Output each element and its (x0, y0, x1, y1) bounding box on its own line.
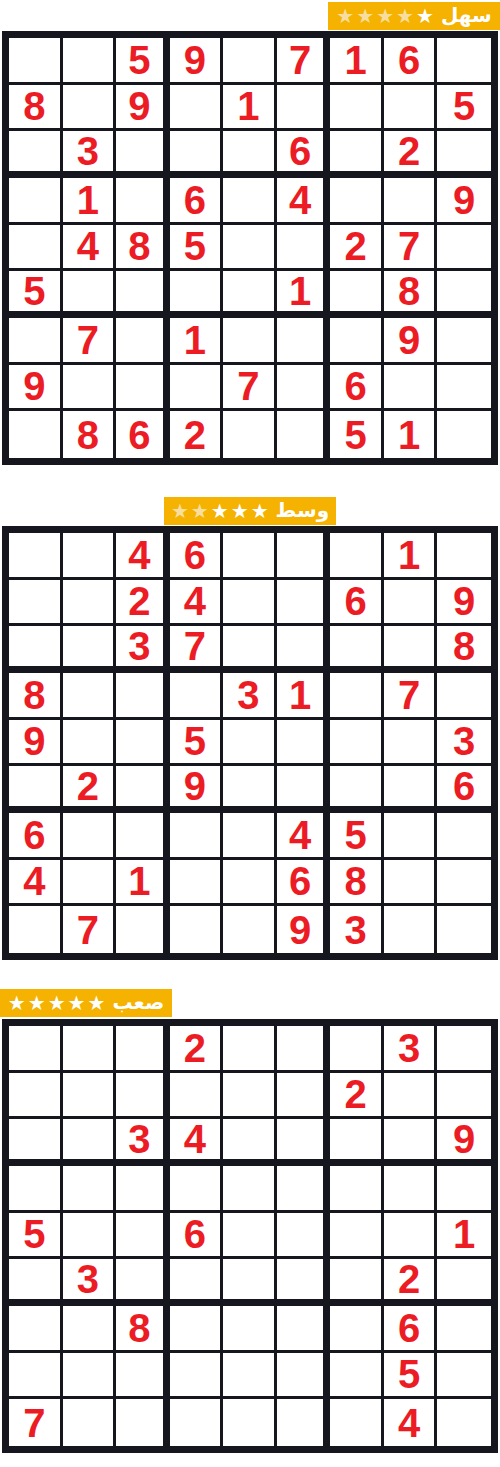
cell-r4c5[interactable]: 3 (223, 673, 277, 720)
cell-r5c9[interactable]: 1 (437, 1213, 491, 1260)
difficulty-stars: ★★★★★ (8, 993, 106, 1013)
cell-r8c2[interactable] (63, 365, 117, 412)
cell-r4c1[interactable] (9, 178, 63, 225)
sudoku-sheet: ★★★★★ سهل 597168915362164948527518719976… (0, 0, 500, 1467)
cell-r4c4[interactable] (170, 1166, 224, 1213)
cell-r6c7[interactable] (330, 766, 384, 813)
cell-r4c3[interactable] (116, 1166, 170, 1213)
cell-r5c3[interactable]: 8 (116, 225, 170, 272)
cell-r4c8[interactable] (384, 1166, 438, 1213)
cell-r5c8[interactable] (384, 720, 438, 767)
cell-r6c5[interactable] (223, 1259, 277, 1306)
cell-r6c6[interactable] (277, 1259, 331, 1306)
cell-r3c5[interactable] (223, 131, 277, 178)
cell-r8c5[interactable] (223, 1353, 277, 1400)
cell-r4c1[interactable]: 8 (9, 673, 63, 720)
cell-r3c9[interactable]: 9 (437, 1119, 491, 1166)
cell-r4c7[interactable] (330, 673, 384, 720)
star-filled-icon: ★ (28, 993, 46, 1013)
cell-r1c5[interactable] (223, 38, 277, 85)
star-filled-icon: ★ (48, 993, 66, 1013)
cell-r3c2[interactable] (63, 626, 117, 673)
cell-r9c3[interactable]: 6 (116, 411, 170, 458)
cell-r7c4[interactable] (170, 1306, 224, 1353)
cell-r1c7[interactable] (330, 533, 384, 580)
cell-r9c1[interactable] (9, 906, 63, 953)
cell-r6c3[interactable] (116, 766, 170, 813)
cell-r5c2[interactable] (63, 1213, 117, 1260)
cell-r1c5[interactable] (223, 533, 277, 580)
cell-r8c7[interactable] (330, 1353, 384, 1400)
star-empty-icon: ★ (396, 6, 414, 26)
cell-r5c8[interactable]: 7 (384, 225, 438, 272)
cell-r9c8[interactable]: 4 (384, 1399, 438, 1446)
cell-r8c5[interactable] (223, 860, 277, 907)
difficulty-stars: ★★★★★ (336, 6, 434, 26)
cell-r5c2[interactable]: 4 (63, 225, 117, 272)
sudoku-grid-easy: 59716891536216494852751871997686251 (2, 31, 498, 465)
puzzle-medium: ★★★★★ وسط 461246937883179532966454168793 (0, 497, 500, 960)
cell-r2c6[interactable] (277, 85, 331, 132)
cell-r3c7[interactable] (330, 1119, 384, 1166)
cell-r8c8[interactable]: 5 (384, 1353, 438, 1400)
cell-r1c6[interactable]: 7 (277, 38, 331, 85)
star-filled-icon: ★ (416, 6, 434, 26)
cell-r2c6[interactable] (277, 1073, 331, 1120)
cell-r7c6[interactable] (277, 318, 331, 365)
cell-r7c6[interactable] (277, 1306, 331, 1353)
cell-r9c9[interactable] (437, 411, 491, 458)
cell-r4c8[interactable]: 7 (384, 673, 438, 720)
cell-r9c2[interactable] (63, 1399, 117, 1446)
cell-r9c5[interactable] (223, 411, 277, 458)
cell-r6c7[interactable] (330, 1259, 384, 1306)
cell-r8c6[interactable] (277, 1353, 331, 1400)
cell-r7c2[interactable] (63, 813, 117, 860)
cell-r3c6[interactable] (277, 1119, 331, 1166)
cell-r5c6[interactable] (277, 720, 331, 767)
cell-r7c5[interactable] (223, 813, 277, 860)
cell-r4c9[interactable]: 9 (437, 178, 491, 225)
cell-r6c5[interactable] (223, 766, 277, 813)
cell-r1c6[interactable] (277, 533, 331, 580)
star-filled-icon: ★ (8, 993, 26, 1013)
cell-r2c5[interactable] (223, 1073, 277, 1120)
cell-r8c4[interactable] (170, 1353, 224, 1400)
cell-r6c8[interactable]: 8 (384, 271, 438, 318)
cell-r6c4[interactable] (170, 1259, 224, 1306)
cell-r9c9[interactable] (437, 1399, 491, 1446)
cell-r6c1[interactable] (9, 1259, 63, 1306)
cell-r1c9[interactable] (437, 1026, 491, 1073)
cell-r7c8[interactable]: 6 (384, 1306, 438, 1353)
cell-r5c1[interactable]: 9 (9, 720, 63, 767)
cell-r7c4[interactable] (170, 813, 224, 860)
cell-r3c4[interactable]: 7 (170, 626, 224, 673)
cell-r7c9[interactable] (437, 318, 491, 365)
cell-r2c6[interactable] (277, 580, 331, 627)
cell-r7c1[interactable] (9, 318, 63, 365)
cell-r2c7[interactable]: 2 (330, 1073, 384, 1120)
star-filled-icon: ★ (231, 501, 249, 521)
cell-r2c7[interactable] (330, 85, 384, 132)
cell-r9c6[interactable] (277, 411, 331, 458)
cell-r6c8[interactable] (384, 766, 438, 813)
cell-r7c8[interactable] (384, 813, 438, 860)
cell-r9c7[interactable]: 5 (330, 411, 384, 458)
cell-r3c1[interactable] (9, 131, 63, 178)
cell-r7c8[interactable]: 9 (384, 318, 438, 365)
cell-r3c4[interactable] (170, 131, 224, 178)
cell-r2c3[interactable]: 9 (116, 85, 170, 132)
cell-r1c3[interactable]: 4 (116, 533, 170, 580)
difficulty-label: صعب (112, 992, 164, 1015)
cell-r4c7[interactable] (330, 178, 384, 225)
cell-r1c3[interactable] (116, 1026, 170, 1073)
cell-r4c1[interactable] (9, 1166, 63, 1213)
cell-r7c3[interactable] (116, 813, 170, 860)
cell-r9c3[interactable] (116, 1399, 170, 1446)
cell-r7c9[interactable] (437, 813, 491, 860)
cell-r3c3[interactable]: 3 (116, 626, 170, 673)
cell-r5c5[interactable] (223, 720, 277, 767)
cell-r2c1[interactable]: 8 (9, 85, 63, 132)
cell-r3c5[interactable] (223, 626, 277, 673)
cell-r1c2[interactable] (63, 38, 117, 85)
cell-r7c5[interactable] (223, 1306, 277, 1353)
cell-r5c3[interactable] (116, 1213, 170, 1260)
cell-r2c2[interactable] (63, 85, 117, 132)
cell-r7c4[interactable]: 1 (170, 318, 224, 365)
cell-r4c6[interactable] (277, 1166, 331, 1213)
cell-r4c5[interactable] (223, 1166, 277, 1213)
cell-r2c1[interactable] (9, 580, 63, 627)
cell-r4c6[interactable]: 4 (277, 178, 331, 225)
cell-r8c8[interactable] (384, 365, 438, 412)
cell-r1c8[interactable]: 6 (384, 38, 438, 85)
cell-r1c6[interactable] (277, 1026, 331, 1073)
cell-r5c4[interactable]: 5 (170, 225, 224, 272)
cell-r1c2[interactable] (63, 533, 117, 580)
cell-r4c6[interactable]: 1 (277, 673, 331, 720)
sudoku-grid-hard: 2323495613286574 (2, 1019, 498, 1453)
cell-r4c3[interactable] (116, 673, 170, 720)
cell-r8c6[interactable]: 6 (277, 860, 331, 907)
cell-r7c6[interactable]: 4 (277, 813, 331, 860)
cell-r8c5[interactable]: 7 (223, 365, 277, 412)
cell-r1c3[interactable]: 5 (116, 38, 170, 85)
star-filled-icon: ★ (251, 501, 269, 521)
cell-r1c4[interactable]: 2 (170, 1026, 224, 1073)
cell-r8c4[interactable] (170, 365, 224, 412)
cell-r4c2[interactable] (63, 673, 117, 720)
cell-r1c4[interactable]: 9 (170, 38, 224, 85)
cell-r5c7[interactable]: 2 (330, 225, 384, 272)
cell-r9c6[interactable] (277, 1399, 331, 1446)
cell-r7c7[interactable] (330, 318, 384, 365)
cell-r9c2[interactable]: 7 (63, 906, 117, 953)
difficulty-stars: ★★★★★ (171, 501, 269, 521)
cell-r7c5[interactable] (223, 318, 277, 365)
cell-r8c9[interactable] (437, 860, 491, 907)
cell-r2c8[interactable] (384, 85, 438, 132)
difficulty-banner-medium: ★★★★★ وسط (164, 497, 336, 525)
cell-r8c6[interactable] (277, 365, 331, 412)
cell-r5c1[interactable]: 5 (9, 1213, 63, 1260)
difficulty-label: وسط (276, 500, 330, 523)
cell-r2c1[interactable] (9, 1073, 63, 1120)
star-empty-icon: ★ (171, 501, 189, 521)
cell-r3c2[interactable]: 3 (63, 131, 117, 178)
cell-r8c1[interactable]: 4 (9, 860, 63, 907)
cell-r4c2[interactable]: 1 (63, 178, 117, 225)
star-filled-icon: ★ (88, 993, 106, 1013)
cell-r3c3[interactable] (116, 131, 170, 178)
star-filled-icon: ★ (68, 993, 86, 1013)
cell-r2c3[interactable]: 2 (116, 580, 170, 627)
cell-r1c7[interactable] (330, 1026, 384, 1073)
cell-r3c4[interactable]: 4 (170, 1119, 224, 1166)
cell-r3c7[interactable] (330, 131, 384, 178)
cell-r3c6[interactable] (277, 626, 331, 673)
cell-r5c4[interactable]: 5 (170, 720, 224, 767)
cell-r6c4[interactable] (170, 271, 224, 318)
cell-r9c8[interactable] (384, 906, 438, 953)
cell-r2c4[interactable]: 4 (170, 580, 224, 627)
cell-r5c1[interactable] (9, 225, 63, 272)
cell-r6c3[interactable] (116, 271, 170, 318)
cell-r3c8[interactable] (384, 1119, 438, 1166)
cell-r9c7[interactable]: 3 (330, 906, 384, 953)
star-empty-icon: ★ (336, 6, 354, 26)
cell-r9c5[interactable] (223, 906, 277, 953)
cell-r7c1[interactable] (9, 1306, 63, 1353)
cell-r9c1[interactable]: 7 (9, 1399, 63, 1446)
cell-r7c9[interactable] (437, 1306, 491, 1353)
cell-r7c7[interactable] (330, 1306, 384, 1353)
difficulty-banner-hard: ★★★★★ صعب (0, 989, 172, 1017)
cell-r9c3[interactable] (116, 906, 170, 953)
cell-r5c5[interactable] (223, 225, 277, 272)
cell-r4c3[interactable] (116, 178, 170, 225)
cell-r5c7[interactable] (330, 1213, 384, 1260)
cell-r8c4[interactable] (170, 860, 224, 907)
cell-r6c1[interactable] (9, 766, 63, 813)
cell-r2c4[interactable] (170, 85, 224, 132)
cell-r3c8[interactable]: 2 (384, 131, 438, 178)
cell-r6c6[interactable] (277, 766, 331, 813)
cell-r5c9[interactable] (437, 225, 491, 272)
cell-r2c2[interactable] (63, 580, 117, 627)
cell-r1c8[interactable]: 3 (384, 1026, 438, 1073)
cell-r3c9[interactable] (437, 131, 491, 178)
cell-r7c2[interactable]: 7 (63, 318, 117, 365)
cell-r3c9[interactable]: 8 (437, 626, 491, 673)
puzzle-hard: ★★★★★ صعب 2323495613286574 (0, 989, 500, 1453)
cell-r3c2[interactable] (63, 1119, 117, 1166)
cell-r2c3[interactable] (116, 1073, 170, 1120)
cell-r6c7[interactable] (330, 271, 384, 318)
cell-r7c1[interactable]: 6 (9, 813, 63, 860)
cell-r4c5[interactable] (223, 178, 277, 225)
cell-r1c5[interactable] (223, 1026, 277, 1073)
cell-r9c9[interactable] (437, 906, 491, 953)
cell-r3c7[interactable] (330, 626, 384, 673)
cell-r5c5[interactable] (223, 1213, 277, 1260)
cell-r8c3[interactable] (116, 365, 170, 412)
cell-r8c9[interactable] (437, 1353, 491, 1400)
cell-r1c1[interactable] (9, 38, 63, 85)
cell-r4c8[interactable] (384, 178, 438, 225)
cell-r6c9[interactable] (437, 1259, 491, 1306)
cell-r3c1[interactable] (9, 1119, 63, 1166)
star-empty-icon: ★ (356, 6, 374, 26)
cell-r2c2[interactable] (63, 1073, 117, 1120)
star-empty-icon: ★ (376, 6, 394, 26)
cell-r5c2[interactable] (63, 720, 117, 767)
cell-r5c9[interactable]: 3 (437, 720, 491, 767)
cell-r6c9[interactable]: 6 (437, 766, 491, 813)
cell-r4c7[interactable] (330, 1166, 384, 1213)
cell-r8c8[interactable] (384, 860, 438, 907)
cell-r7c2[interactable] (63, 1306, 117, 1353)
sudoku-grid-medium: 461246937883179532966454168793 (2, 526, 498, 960)
star-empty-icon: ★ (191, 501, 209, 521)
cell-r5c7[interactable] (330, 720, 384, 767)
cell-r8c7[interactable]: 6 (330, 365, 384, 412)
cell-r4c4[interactable] (170, 673, 224, 720)
cell-r2c8[interactable] (384, 1073, 438, 1120)
cell-r8c7[interactable]: 8 (330, 860, 384, 907)
cell-r7c3[interactable]: 8 (116, 1306, 170, 1353)
cell-r3c1[interactable] (9, 626, 63, 673)
cell-r3c8[interactable] (384, 626, 438, 673)
cell-r3c5[interactable] (223, 1119, 277, 1166)
cell-r8c2[interactable] (63, 1353, 117, 1400)
cell-r9c8[interactable]: 1 (384, 411, 438, 458)
cell-r6c6[interactable]: 1 (277, 271, 331, 318)
cell-r4c9[interactable] (437, 673, 491, 720)
cell-r6c5[interactable] (223, 271, 277, 318)
cell-r5c4[interactable]: 6 (170, 1213, 224, 1260)
cell-r1c7[interactable]: 1 (330, 38, 384, 85)
cell-r8c9[interactable] (437, 365, 491, 412)
cell-r7c7[interactable]: 5 (330, 813, 384, 860)
cell-r8c2[interactable] (63, 860, 117, 907)
cell-r1c9[interactable] (437, 533, 491, 580)
cell-r1c1[interactable] (9, 533, 63, 580)
cell-r8c1[interactable] (9, 1353, 63, 1400)
cell-r2c9[interactable] (437, 1073, 491, 1120)
cell-r6c3[interactable] (116, 1259, 170, 1306)
cell-r6c8[interactable]: 2 (384, 1259, 438, 1306)
cell-r2c4[interactable] (170, 1073, 224, 1120)
difficulty-label: سهل (441, 5, 492, 28)
cell-r2c9[interactable]: 9 (437, 580, 491, 627)
cell-r6c1[interactable]: 5 (9, 271, 63, 318)
cell-r1c2[interactable] (63, 1026, 117, 1073)
cell-r8c1[interactable]: 9 (9, 365, 63, 412)
cell-r4c9[interactable] (437, 1166, 491, 1213)
cell-r9c4[interactable] (170, 906, 224, 953)
cell-r6c2[interactable] (63, 271, 117, 318)
cell-r2c9[interactable]: 5 (437, 85, 491, 132)
cell-r8c3[interactable]: 1 (116, 860, 170, 907)
cell-r3c3[interactable]: 3 (116, 1119, 170, 1166)
cell-r4c4[interactable]: 6 (170, 178, 224, 225)
cell-r4c2[interactable] (63, 1166, 117, 1213)
cell-r1c4[interactable]: 6 (170, 533, 224, 580)
cell-r9c2[interactable]: 8 (63, 411, 117, 458)
cell-r6c4[interactable]: 9 (170, 766, 224, 813)
cell-r2c5[interactable] (223, 580, 277, 627)
cell-r6c2[interactable]: 3 (63, 1259, 117, 1306)
cell-r2c7[interactable]: 6 (330, 580, 384, 627)
cell-r9c7[interactable] (330, 1399, 384, 1446)
puzzle-easy: ★★★★★ سهل 597168915362164948527518719976… (0, 2, 500, 465)
cell-r5c6[interactable] (277, 225, 331, 272)
star-filled-icon: ★ (211, 501, 229, 521)
cell-r9c4[interactable]: 2 (170, 411, 224, 458)
cell-r5c3[interactable] (116, 720, 170, 767)
cell-r1c1[interactable] (9, 1026, 63, 1073)
cell-r6c9[interactable] (437, 271, 491, 318)
cell-r1c9[interactable] (437, 38, 491, 85)
cell-r9c4[interactable] (170, 1399, 224, 1446)
cell-r5c8[interactable] (384, 1213, 438, 1260)
cell-r8c3[interactable] (116, 1353, 170, 1400)
cell-r5c6[interactable] (277, 1213, 331, 1260)
difficulty-banner-easy: ★★★★★ سهل (328, 2, 500, 30)
cell-r6c2[interactable]: 2 (63, 766, 117, 813)
cell-r2c8[interactable] (384, 580, 438, 627)
cell-r1c8[interactable]: 1 (384, 533, 438, 580)
cell-r9c6[interactable]: 9 (277, 906, 331, 953)
cell-r2c5[interactable]: 1 (223, 85, 277, 132)
cell-r3c6[interactable]: 6 (277, 131, 331, 178)
cell-r7c3[interactable] (116, 318, 170, 365)
cell-r9c1[interactable] (9, 411, 63, 458)
cell-r9c5[interactable] (223, 1399, 277, 1446)
